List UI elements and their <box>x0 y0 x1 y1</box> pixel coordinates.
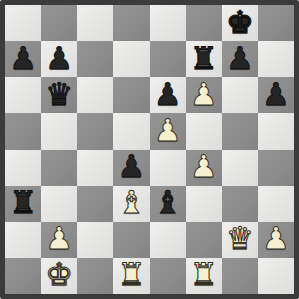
square-h5[interactable] <box>258 113 294 149</box>
square-b4[interactable] <box>41 150 77 186</box>
square-c3[interactable] <box>77 186 113 222</box>
square-g1[interactable] <box>222 258 258 294</box>
square-d5[interactable] <box>113 113 149 149</box>
square-c2[interactable] <box>77 222 113 258</box>
square-d4[interactable]: ♟ <box>113 150 149 186</box>
square-a4[interactable] <box>5 150 41 186</box>
square-h3[interactable] <box>258 186 294 222</box>
square-g5[interactable] <box>222 113 258 149</box>
square-h2[interactable]: ♟ <box>258 222 294 258</box>
white-bishop-piece: ♝ <box>118 187 146 218</box>
square-g2[interactable]: ♛ <box>222 222 258 258</box>
square-a1[interactable] <box>5 258 41 294</box>
square-f5[interactable] <box>186 113 222 149</box>
square-f3[interactable] <box>186 186 222 222</box>
square-a5[interactable] <box>5 113 41 149</box>
square-c7[interactable] <box>77 41 113 77</box>
square-e6[interactable]: ♟ <box>150 77 186 113</box>
square-b1[interactable]: ♚ <box>41 258 77 294</box>
square-c1[interactable] <box>77 258 113 294</box>
chess-board: ♚♟♟♜♟♛♟♟♟♟♟♟♜♝♝♟♛♟♚♜♜ <box>0 0 299 299</box>
black-pawn-piece: ♟ <box>45 43 73 74</box>
square-b7[interactable]: ♟ <box>41 41 77 77</box>
square-h6[interactable]: ♟ <box>258 77 294 113</box>
square-e4[interactable] <box>150 150 186 186</box>
square-f8[interactable] <box>186 5 222 41</box>
black-pawn-piece: ♟ <box>9 43 37 74</box>
square-a8[interactable] <box>5 5 41 41</box>
square-f2[interactable] <box>186 222 222 258</box>
square-a6[interactable] <box>5 77 41 113</box>
white-pawn-piece: ♟ <box>190 151 218 182</box>
square-e2[interactable] <box>150 222 186 258</box>
square-h1[interactable] <box>258 258 294 294</box>
white-rook-piece: ♜ <box>190 259 218 290</box>
white-rook-piece: ♜ <box>118 259 146 290</box>
white-king-piece: ♚ <box>45 259 73 290</box>
square-c8[interactable] <box>77 5 113 41</box>
square-a2[interactable] <box>5 222 41 258</box>
black-queen-piece: ♛ <box>45 79 73 110</box>
square-b5[interactable] <box>41 113 77 149</box>
square-d6[interactable] <box>113 77 149 113</box>
square-b2[interactable]: ♟ <box>41 222 77 258</box>
black-pawn-piece: ♟ <box>154 79 182 110</box>
square-a3[interactable]: ♜ <box>5 186 41 222</box>
black-pawn-piece: ♟ <box>262 79 290 110</box>
square-d3[interactable]: ♝ <box>113 186 149 222</box>
white-pawn-piece: ♟ <box>262 223 290 254</box>
square-f6[interactable]: ♟ <box>186 77 222 113</box>
square-e7[interactable] <box>150 41 186 77</box>
square-f7[interactable]: ♜ <box>186 41 222 77</box>
white-queen-piece: ♛ <box>226 223 254 254</box>
square-d8[interactable] <box>113 5 149 41</box>
square-h8[interactable] <box>258 5 294 41</box>
square-b3[interactable] <box>41 186 77 222</box>
black-pawn-piece: ♟ <box>226 43 254 74</box>
square-h4[interactable] <box>258 150 294 186</box>
square-a7[interactable]: ♟ <box>5 41 41 77</box>
square-e5[interactable]: ♟ <box>150 113 186 149</box>
square-g8[interactable]: ♚ <box>222 5 258 41</box>
square-h7[interactable] <box>258 41 294 77</box>
square-g6[interactable] <box>222 77 258 113</box>
square-f1[interactable]: ♜ <box>186 258 222 294</box>
square-c4[interactable] <box>77 150 113 186</box>
square-f4[interactable]: ♟ <box>186 150 222 186</box>
square-b8[interactable] <box>41 5 77 41</box>
square-g4[interactable] <box>222 150 258 186</box>
square-c6[interactable] <box>77 77 113 113</box>
white-pawn-piece: ♟ <box>45 223 73 254</box>
black-king-piece: ♚ <box>226 7 254 38</box>
square-e3[interactable]: ♝ <box>150 186 186 222</box>
square-g3[interactable] <box>222 186 258 222</box>
black-bishop-piece: ♝ <box>154 187 182 218</box>
square-d2[interactable] <box>113 222 149 258</box>
black-pawn-piece: ♟ <box>118 151 146 182</box>
square-b6[interactable]: ♛ <box>41 77 77 113</box>
square-e8[interactable] <box>150 5 186 41</box>
square-g7[interactable]: ♟ <box>222 41 258 77</box>
square-d7[interactable] <box>113 41 149 77</box>
square-e1[interactable] <box>150 258 186 294</box>
chess-board-diagram: ♚♟♟♜♟♛♟♟♟♟♟♟♜♝♝♟♛♟♚♜♜ <box>0 0 299 299</box>
square-d1[interactable]: ♜ <box>113 258 149 294</box>
square-c5[interactable] <box>77 113 113 149</box>
white-pawn-piece: ♟ <box>154 115 182 146</box>
black-rook-piece: ♜ <box>190 43 218 74</box>
black-rook-piece: ♜ <box>9 187 37 218</box>
white-pawn-piece: ♟ <box>190 79 218 110</box>
